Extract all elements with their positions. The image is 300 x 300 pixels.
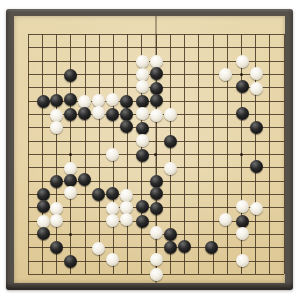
go-board xyxy=(14,16,285,283)
white-stone xyxy=(236,254,249,267)
white-stone xyxy=(150,253,163,266)
black-stone xyxy=(236,215,249,228)
white-stone xyxy=(164,108,177,121)
white-stone xyxy=(50,109,63,122)
white-stone xyxy=(106,93,119,106)
star-point xyxy=(240,153,243,156)
black-stone xyxy=(64,255,77,268)
black-stone xyxy=(78,107,91,120)
black-stone xyxy=(236,107,249,120)
white-stone xyxy=(50,121,63,134)
grid-line-vertical xyxy=(284,34,285,274)
white-stone xyxy=(106,253,119,266)
white-stone xyxy=(64,186,77,199)
go-board-frame xyxy=(6,9,293,290)
grid-line-vertical xyxy=(269,34,270,274)
star-point xyxy=(69,153,72,156)
black-stone xyxy=(106,108,119,121)
white-stone xyxy=(250,67,263,80)
black-stone xyxy=(250,121,263,134)
black-stone xyxy=(64,174,77,187)
white-stone xyxy=(106,202,119,215)
black-stone xyxy=(136,95,149,108)
black-stone xyxy=(136,149,149,162)
white-stone xyxy=(136,68,149,81)
black-stone xyxy=(150,82,163,95)
white-stone xyxy=(37,215,50,228)
grid-line-vertical xyxy=(213,34,214,274)
black-stone xyxy=(150,94,163,107)
white-stone xyxy=(120,213,133,226)
white-stone xyxy=(120,201,133,214)
black-stone xyxy=(92,188,105,201)
black-stone xyxy=(64,93,77,106)
black-stone xyxy=(120,108,133,121)
star-point xyxy=(154,153,157,156)
black-stone xyxy=(236,80,249,93)
white-stone xyxy=(136,80,149,93)
white-stone xyxy=(92,106,105,119)
white-stone xyxy=(164,162,177,175)
black-stone xyxy=(136,122,149,135)
grid-line-vertical xyxy=(198,34,199,274)
grid-line-horizontal xyxy=(28,247,284,248)
black-stone xyxy=(178,240,191,253)
star-point xyxy=(69,233,72,236)
black-stone xyxy=(164,135,177,148)
white-stone xyxy=(78,95,91,108)
white-stone xyxy=(150,109,163,122)
white-stone xyxy=(150,226,163,239)
white-stone xyxy=(50,202,63,215)
black-stone xyxy=(50,241,63,254)
white-stone xyxy=(219,213,232,226)
grid-line-vertical xyxy=(184,34,185,274)
star-point xyxy=(240,73,243,76)
black-stone xyxy=(37,200,50,213)
white-stone xyxy=(150,268,163,281)
white-stone xyxy=(50,214,63,227)
white-stone xyxy=(150,55,163,68)
black-stone xyxy=(64,69,77,82)
white-stone xyxy=(236,55,249,68)
black-stone xyxy=(37,188,50,201)
white-stone xyxy=(106,148,119,161)
go-board-photo xyxy=(0,0,300,300)
black-stone xyxy=(78,173,91,186)
white-stone xyxy=(250,82,263,95)
black-stone xyxy=(164,241,177,254)
white-stone xyxy=(64,162,77,175)
black-stone xyxy=(136,200,149,213)
black-stone xyxy=(50,94,63,107)
black-stone xyxy=(205,241,218,254)
white-stone xyxy=(236,200,249,213)
white-stone xyxy=(106,214,119,227)
black-stone xyxy=(136,215,149,228)
black-stone xyxy=(106,187,119,200)
black-stone xyxy=(50,175,63,188)
white-stone xyxy=(250,202,263,215)
black-stone xyxy=(150,187,163,200)
white-stone xyxy=(92,94,105,107)
white-stone xyxy=(136,55,149,68)
black-stone xyxy=(37,95,50,108)
black-stone xyxy=(150,175,163,188)
black-stone xyxy=(37,227,50,240)
black-stone xyxy=(64,108,77,121)
black-stone xyxy=(150,67,163,80)
black-stone xyxy=(250,160,263,173)
white-stone xyxy=(92,242,105,255)
black-stone xyxy=(120,95,133,108)
black-stone xyxy=(150,202,163,215)
white-stone xyxy=(219,68,232,81)
white-stone xyxy=(236,227,249,240)
white-stone xyxy=(136,134,149,147)
white-stone xyxy=(120,189,133,202)
black-stone xyxy=(120,120,133,133)
white-stone xyxy=(136,107,149,120)
black-stone xyxy=(164,228,177,241)
